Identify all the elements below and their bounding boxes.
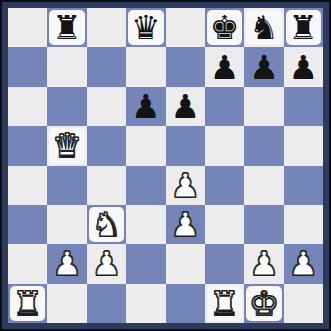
square-a7[interactable] (8, 47, 47, 86)
square-f2[interactable] (205, 244, 244, 283)
square-g5[interactable] (244, 126, 283, 165)
square-c1[interactable] (87, 284, 126, 323)
square-h7[interactable]: ♟ (284, 47, 323, 86)
square-d7[interactable] (126, 47, 165, 86)
square-e7[interactable] (166, 47, 205, 86)
square-f1[interactable]: ♜ (205, 284, 244, 323)
chess-board: ♜♛♚♞♜♟♟♟♟♟♛♟♞♟♟♟♟♟♜♜♚ (8, 8, 323, 323)
square-f3[interactable] (205, 205, 244, 244)
square-g6[interactable] (244, 87, 283, 126)
square-d3[interactable] (126, 205, 165, 244)
piece-white-rook[interactable]: ♜ (210, 284, 240, 323)
piece-white-king[interactable]: ♚ (249, 284, 279, 323)
square-g2[interactable]: ♟ (244, 244, 283, 283)
piece-black-queen[interactable]: ♛ (131, 8, 161, 47)
square-h8[interactable]: ♜ (284, 8, 323, 47)
square-h6[interactable] (284, 87, 323, 126)
square-g1[interactable]: ♚ (244, 284, 283, 323)
square-f6[interactable] (205, 87, 244, 126)
piece-black-rook[interactable]: ♜ (289, 8, 319, 47)
square-a4[interactable] (8, 166, 47, 205)
square-a8[interactable] (8, 8, 47, 47)
square-b2[interactable]: ♟ (47, 244, 86, 283)
piece-white-knight[interactable]: ♞ (92, 205, 122, 244)
piece-white-queen[interactable]: ♛ (52, 126, 82, 165)
square-c3[interactable]: ♞ (87, 205, 126, 244)
square-a2[interactable] (8, 244, 47, 283)
square-d8[interactable]: ♛ (126, 8, 165, 47)
square-c6[interactable] (87, 87, 126, 126)
square-c5[interactable] (87, 126, 126, 165)
piece-black-pawn[interactable]: ♟ (210, 48, 240, 87)
board-frame: ♜♛♚♞♜♟♟♟♟♟♛♟♞♟♟♟♟♟♜♜♚ (0, 0, 331, 331)
piece-black-pawn[interactable]: ♟ (131, 87, 161, 126)
square-e1[interactable] (166, 284, 205, 323)
square-a6[interactable] (8, 87, 47, 126)
piece-black-rook[interactable]: ♜ (52, 8, 82, 47)
square-e6[interactable]: ♟ (166, 87, 205, 126)
square-e5[interactable] (166, 126, 205, 165)
square-c2[interactable]: ♟ (87, 244, 126, 283)
square-f5[interactable] (205, 126, 244, 165)
square-g8[interactable]: ♞ (244, 8, 283, 47)
square-b7[interactable] (47, 47, 86, 86)
square-h3[interactable] (284, 205, 323, 244)
piece-black-pawn[interactable]: ♟ (170, 87, 200, 126)
piece-white-rook[interactable]: ♜ (13, 284, 43, 323)
square-e3[interactable]: ♟ (166, 205, 205, 244)
square-c4[interactable] (87, 166, 126, 205)
square-d4[interactable] (126, 166, 165, 205)
square-f7[interactable]: ♟ (205, 47, 244, 86)
square-g4[interactable] (244, 166, 283, 205)
square-b6[interactable] (47, 87, 86, 126)
piece-white-pawn[interactable]: ♟ (289, 244, 319, 283)
piece-white-pawn[interactable]: ♟ (170, 205, 200, 244)
square-b5[interactable]: ♛ (47, 126, 86, 165)
piece-white-pawn[interactable]: ♟ (52, 244, 82, 283)
square-h1[interactable] (284, 284, 323, 323)
square-b3[interactable] (47, 205, 86, 244)
square-g3[interactable] (244, 205, 283, 244)
piece-black-king[interactable]: ♚ (210, 8, 240, 47)
piece-white-pawn[interactable]: ♟ (249, 244, 279, 283)
square-e4[interactable]: ♟ (166, 166, 205, 205)
square-a5[interactable] (8, 126, 47, 165)
square-b1[interactable] (47, 284, 86, 323)
square-e2[interactable] (166, 244, 205, 283)
square-a1[interactable]: ♜ (8, 284, 47, 323)
square-d2[interactable] (126, 244, 165, 283)
square-d1[interactable] (126, 284, 165, 323)
square-c7[interactable] (87, 47, 126, 86)
piece-white-pawn[interactable]: ♟ (92, 244, 122, 283)
square-b8[interactable]: ♜ (47, 8, 86, 47)
square-g7[interactable]: ♟ (244, 47, 283, 86)
piece-black-pawn[interactable]: ♟ (289, 48, 319, 87)
square-h4[interactable] (284, 166, 323, 205)
square-b4[interactable] (47, 166, 86, 205)
piece-black-pawn[interactable]: ♟ (249, 48, 279, 87)
square-d5[interactable] (126, 126, 165, 165)
square-f4[interactable] (205, 166, 244, 205)
square-f8[interactable]: ♚ (205, 8, 244, 47)
piece-white-pawn[interactable]: ♟ (170, 166, 200, 205)
square-h5[interactable] (284, 126, 323, 165)
square-c8[interactable] (87, 8, 126, 47)
square-d6[interactable]: ♟ (126, 87, 165, 126)
square-a3[interactable] (8, 205, 47, 244)
square-e8[interactable] (166, 8, 205, 47)
square-h2[interactable]: ♟ (284, 244, 323, 283)
piece-black-knight[interactable]: ♞ (249, 8, 279, 47)
